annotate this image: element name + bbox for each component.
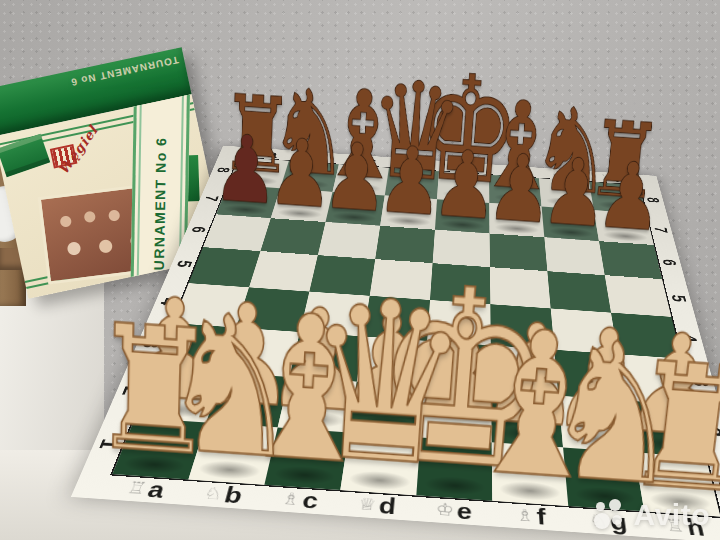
avito-watermark: Avito (594, 498, 710, 532)
square-f7[interactable]: ♟ (489, 203, 544, 237)
rank-label-left-5: 5 (151, 255, 216, 274)
rank-label-left-7: 7 (182, 191, 240, 207)
square-d1[interactable]: ♛ (340, 433, 420, 496)
square-g7[interactable]: ♟ (542, 207, 599, 242)
board-plane: ♖a♘b♗c♕d♔e♗f♘g♖h ♖a♘b♗c♕d♔e♗f♘g♖h 876543… (71, 146, 720, 540)
rank-label-left-8: 8 (195, 163, 251, 178)
square-e7[interactable]: ♟ (435, 199, 490, 233)
avito-watermark-text: Avito (634, 498, 710, 532)
white-knight-b1[interactable]: ♞ (158, 291, 306, 482)
square-b1[interactable]: ♞ (188, 423, 277, 485)
white-knight-g1[interactable]: ♞ (536, 319, 696, 509)
avito-logo-icon (594, 499, 626, 531)
square-d7[interactable]: ♟ (380, 196, 437, 230)
white-queen-d1[interactable]: ♛ (299, 273, 475, 493)
chess-board: ♖a♘b♗c♕d♔e♗f♘g♖h ♖a♘b♗c♕d♔e♗f♘g♖h 876543… (35, 0, 720, 540)
rank-label-left-6: 6 (167, 221, 229, 238)
box-green-label (0, 134, 50, 177)
photo-scene: TOURNAMENT No 6 Węgiel TOURNAMENT No 6 ♖… (0, 0, 720, 540)
